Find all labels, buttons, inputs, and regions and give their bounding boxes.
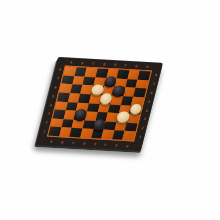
checkers-board: ABCDEFGH ABCDEFGH 87654321 87654321 [36, 57, 163, 151]
rank-label: 5 [50, 94, 55, 99]
file-label: C [70, 140, 77, 144]
rank-label: 4 [48, 103, 53, 108]
file-label: E [91, 142, 98, 146]
rank-label: 1 [41, 129, 46, 134]
rank-label: 7 [150, 82, 155, 87]
rank-label: 7 [54, 76, 59, 81]
file-label: H [144, 64, 151, 68]
photo-scene: ABCDEFGH ABCDEFGH 87654321 87654321 [0, 0, 220, 220]
rank-label: 4 [144, 108, 149, 113]
file-label: D [81, 141, 88, 145]
rank-label: 3 [45, 112, 50, 117]
file-label: C [90, 61, 97, 65]
rank-label: 6 [148, 90, 153, 95]
rank-label: 8 [57, 67, 62, 72]
file-label: B [79, 60, 86, 64]
rank-label: 5 [146, 99, 151, 104]
file-label: B [59, 140, 66, 144]
rank-label: 6 [52, 85, 57, 90]
file-label: D [101, 62, 108, 66]
rank-label: 3 [141, 117, 146, 122]
board-frame: ABCDEFGH ABCDEFGH 87654321 87654321 [36, 57, 163, 151]
rank-label: 1 [137, 135, 142, 140]
rank-label: 8 [153, 73, 158, 78]
file-label: G [113, 143, 120, 147]
piece-light-h4[interactable] [129, 104, 143, 115]
playing-area [47, 66, 152, 142]
file-label: A [68, 60, 75, 64]
file-label: H [124, 143, 131, 147]
file-label: E [112, 62, 119, 66]
square-h1[interactable] [123, 131, 136, 140]
rank-label: 2 [43, 121, 48, 126]
file-label: F [102, 142, 109, 146]
file-label: F [123, 63, 130, 67]
rank-label: 2 [139, 126, 144, 131]
file-label: G [133, 64, 140, 68]
file-label: A [48, 139, 55, 143]
